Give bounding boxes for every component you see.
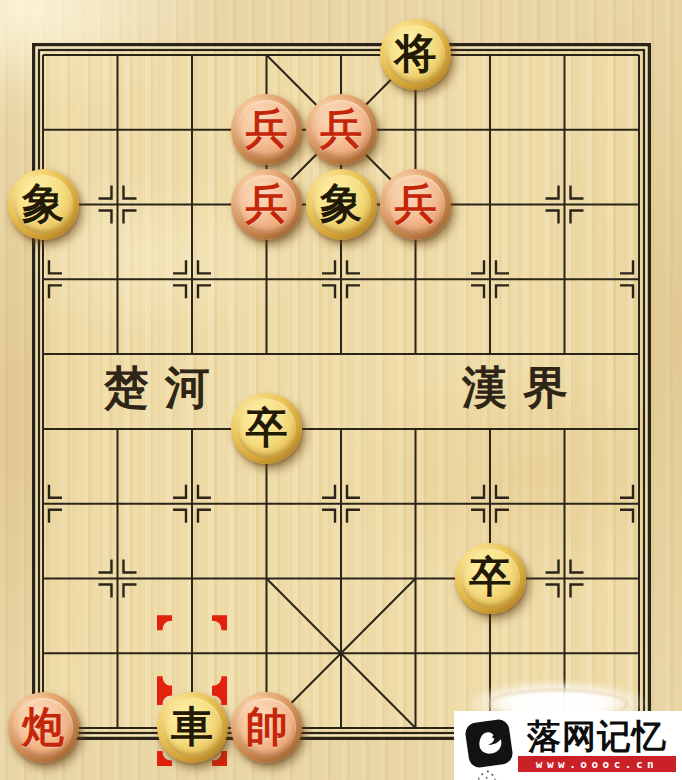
piece-character: 象 xyxy=(22,183,64,225)
piece-red-兵[interactable]: 兵 xyxy=(380,169,451,240)
piece-red-兵[interactable]: 兵 xyxy=(231,169,302,240)
piece-red-兵[interactable]: 兵 xyxy=(306,94,377,165)
watermark-text: 落网记忆 www.oooc.cn xyxy=(518,719,676,773)
piece-black-象[interactable]: 象 xyxy=(306,169,377,240)
piece-character: 兵 xyxy=(246,183,288,225)
piece-red-帥[interactable]: 帥 xyxy=(231,692,302,763)
piece-character: 帥 xyxy=(246,706,288,748)
piece-black-車[interactable]: 車 xyxy=(157,692,228,763)
piece-character: 象 xyxy=(320,183,362,225)
piece-red-炮[interactable]: 炮 xyxy=(8,692,79,763)
piece-character: 兵 xyxy=(320,108,362,150)
piece-character: 卒 xyxy=(469,556,511,598)
watermark-title: 落网记忆 xyxy=(527,719,667,755)
piece-character: 卒 xyxy=(246,407,288,449)
piece-character: 兵 xyxy=(395,183,437,225)
piece-black-将[interactable]: 将 xyxy=(380,19,451,90)
ink-speckles xyxy=(487,770,489,772)
piece-black-象[interactable]: 象 xyxy=(8,169,79,240)
watermark-box: 落网记忆 www.oooc.cn xyxy=(454,711,682,780)
piece-grid: 将兵兵象兵象兵卒卒炮車帥 xyxy=(6,18,677,766)
piece-black-卒[interactable]: 卒 xyxy=(455,543,526,614)
piece-red-兵[interactable]: 兵 xyxy=(231,94,302,165)
watermark-url: www.oooc.cn xyxy=(518,756,676,772)
piece-character: 兵 xyxy=(246,108,288,150)
piece-character: 炮 xyxy=(22,706,64,748)
xiangqi-game-screen: 楚河 漢界 将兵兵象兵象兵卒卒炮車帥 落网记忆 www.oooc.cn xyxy=(0,0,682,780)
swan-icon xyxy=(470,724,508,762)
watermark: 落网记忆 www.oooc.cn xyxy=(454,711,682,780)
swan-logo-icon xyxy=(464,718,514,769)
piece-black-卒[interactable]: 卒 xyxy=(231,393,302,464)
piece-character: 将 xyxy=(395,33,437,75)
piece-character: 車 xyxy=(171,706,213,748)
